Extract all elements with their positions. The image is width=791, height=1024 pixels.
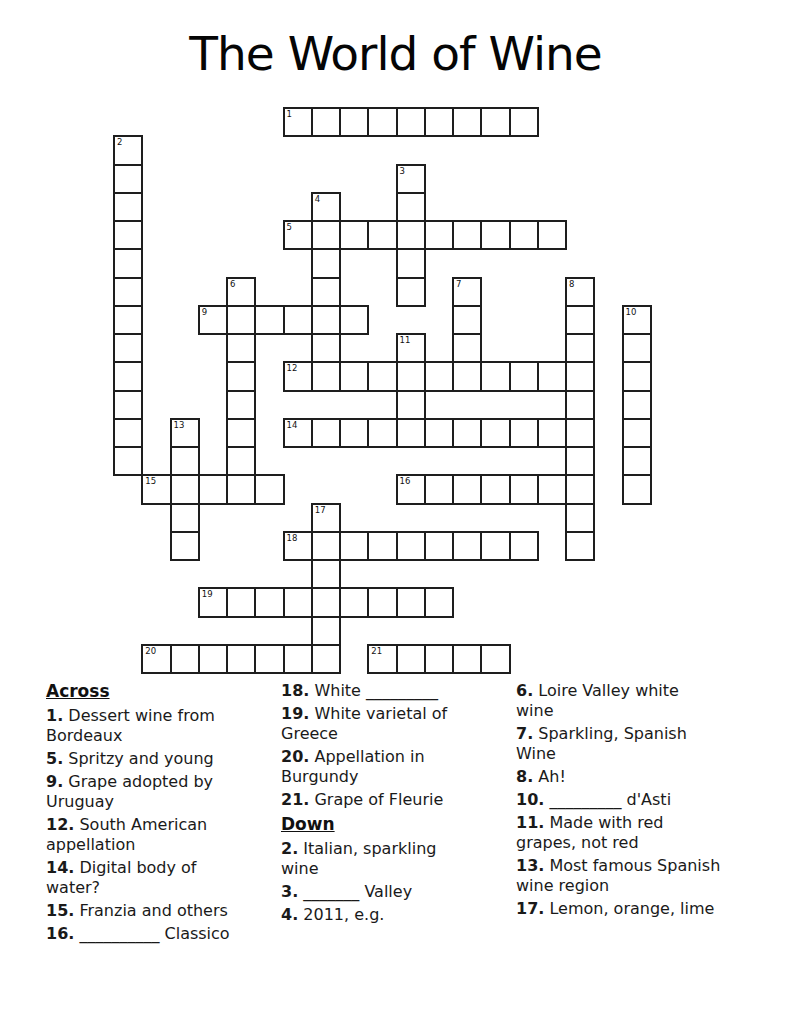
grid-cell-r13c5[interactable]	[254, 474, 284, 504]
grid-cell-r12c16[interactable]	[565, 446, 595, 476]
grid-cell-r9c18[interactable]	[622, 361, 652, 391]
clue-across-21: 21. Grape of Fleurie	[281, 790, 513, 810]
grid-cell-r11c16[interactable]	[565, 418, 595, 448]
grid-cell-r9c14[interactable]	[509, 361, 539, 391]
grid-cell-r12c18[interactable]	[622, 446, 652, 476]
grid-cell-r19c12[interactable]	[452, 644, 482, 674]
grid-cell-r19c3[interactable]	[198, 644, 228, 674]
grid-cell-r12c4[interactable]	[226, 446, 256, 476]
grid-cell-r13c1[interactable]: 15	[141, 474, 171, 504]
grid-cell-r8c4[interactable]	[226, 333, 256, 363]
grid-cell-r5c0[interactable]	[113, 248, 143, 278]
clue-number: 4.	[281, 905, 298, 924]
clue-number: 15.	[46, 901, 74, 920]
grid-cell-r0c12[interactable]	[452, 107, 482, 137]
grid-cell-r11c10[interactable]	[396, 418, 426, 448]
grid-cell-r15c2[interactable]	[170, 531, 200, 561]
cell-number-9: 9	[202, 307, 207, 317]
grid-cell-r8c10[interactable]: 11	[396, 333, 426, 363]
cell-number-18: 18	[287, 533, 298, 543]
clue-across-9: 9. Grape adopted by Uruguay	[46, 772, 278, 812]
grid-cell-r13c16[interactable]	[565, 474, 595, 504]
clue-number: 13.	[516, 856, 544, 875]
clue-down-6: 6. Loire Valley white wine	[516, 681, 778, 721]
grid-cell-r0c10[interactable]	[396, 107, 426, 137]
grid-cell-r9c6[interactable]: 12	[283, 361, 313, 391]
clue-number: 14.	[46, 858, 74, 877]
clue-down-4: 4. 2011, e.g.	[281, 905, 513, 925]
cell-number-20: 20	[145, 646, 156, 656]
cell-number-21: 21	[371, 646, 382, 656]
grid-cell-r7c0[interactable]	[113, 305, 143, 335]
grid-cell-r15c8[interactable]	[339, 531, 369, 561]
grid-cell-r0c14[interactable]	[509, 107, 539, 137]
grid-cell-r10c18[interactable]	[622, 390, 652, 420]
grid-cell-r11c15[interactable]	[537, 418, 567, 448]
grid-cell-r9c4[interactable]	[226, 361, 256, 391]
grid-cell-r4c13[interactable]	[480, 220, 510, 250]
grid-cell-r4c12[interactable]	[452, 220, 482, 250]
grid-cell-r19c1[interactable]: 20	[141, 644, 171, 674]
clue-number: 9.	[46, 772, 63, 791]
clue-number: 21.	[281, 790, 309, 809]
grid-cell-r11c11[interactable]	[424, 418, 454, 448]
grid-cell-r7c5[interactable]	[254, 305, 284, 335]
grid-cell-r9c8[interactable]	[339, 361, 369, 391]
clue-across-15: 15. Franzia and others	[46, 901, 278, 921]
grid-cell-r19c9[interactable]: 21	[367, 644, 397, 674]
clue-across-1: 1. Dessert wine from Bordeaux	[46, 706, 278, 746]
grid-cell-r11c7[interactable]	[311, 418, 341, 448]
cell-number-17: 17	[315, 505, 326, 515]
cell-number-7: 7	[456, 279, 461, 289]
cell-number-10: 10	[626, 307, 637, 317]
clue-column-down: 6. Loire Valley white wine7. Sparkling, …	[516, 681, 778, 922]
grid-cell-r13c18[interactable]	[622, 474, 652, 504]
grid-cell-r11c12[interactable]	[452, 418, 482, 448]
grid-cell-r19c2[interactable]	[170, 644, 200, 674]
grid-cell-r0c6[interactable]: 1	[283, 107, 313, 137]
grid-cell-r5c7[interactable]	[311, 248, 341, 278]
grid-cell-r19c11[interactable]	[424, 644, 454, 674]
clue-across-16: 16. __________ Classico	[46, 924, 278, 944]
cell-number-19: 19	[202, 589, 213, 599]
grid-cell-r10c16[interactable]	[565, 390, 595, 420]
grid-cell-r11c18[interactable]	[622, 418, 652, 448]
clue-across-18: 18. White _________	[281, 681, 513, 701]
clue-number: 6.	[516, 681, 533, 700]
clue-down-17: 17. Lemon, orange, lime	[516, 899, 778, 919]
grid-cell-r3c7[interactable]: 4	[311, 192, 341, 222]
grid-cell-r9c7[interactable]	[311, 361, 341, 391]
grid-cell-r6c16[interactable]: 8	[565, 277, 595, 307]
cell-number-16: 16	[400, 476, 411, 486]
across-header: Across	[46, 681, 278, 701]
grid-cell-r4c6[interactable]: 5	[283, 220, 313, 250]
grid-cell-r17c7[interactable]	[311, 587, 341, 617]
clue-number: 2.	[281, 839, 298, 858]
grid-cell-r0c9[interactable]	[367, 107, 397, 137]
grid-cell-r11c6[interactable]: 14	[283, 418, 313, 448]
cell-number-15: 15	[145, 476, 156, 486]
grid-cell-r3c10[interactable]	[396, 192, 426, 222]
clue-column-across: Across1. Dessert wine from Bordeaux5. Sp…	[46, 681, 278, 947]
grid-cell-r10c10[interactable]	[396, 390, 426, 420]
grid-cell-r4c10[interactable]	[396, 220, 426, 250]
clue-down-11: 11. Made with red grapes, not red	[516, 813, 778, 853]
clue-number: 10.	[516, 790, 544, 809]
grid-cell-r13c14[interactable]	[509, 474, 539, 504]
grid-cell-r9c16[interactable]	[565, 361, 595, 391]
grid-cell-r6c7[interactable]	[311, 277, 341, 307]
grid-cell-r11c4[interactable]	[226, 418, 256, 448]
grid-cell-r17c3[interactable]: 19	[198, 587, 228, 617]
grid-cell-r17c6[interactable]	[283, 587, 313, 617]
grid-cell-r7c6[interactable]	[283, 305, 313, 335]
clue-down-10: 10. _________ d'Asti	[516, 790, 778, 810]
grid-cell-r19c7[interactable]	[311, 644, 341, 674]
grid-cell-r8c12[interactable]	[452, 333, 482, 363]
grid-cell-r9c12[interactable]	[452, 361, 482, 391]
clue-across-5: 5. Spritzy and young	[46, 749, 278, 769]
clue-number: 18.	[281, 681, 309, 700]
grid-cell-r7c8[interactable]	[339, 305, 369, 335]
grid-cell-r12c2[interactable]	[170, 446, 200, 476]
cell-number-2: 2	[117, 137, 122, 147]
grid-cell-r5c10[interactable]	[396, 248, 426, 278]
clue-column-middle: 18. White _________19. White varietal of…	[281, 681, 513, 928]
puzzle-title: The World of Wine	[0, 26, 791, 81]
grid-cell-r6c4[interactable]: 6	[226, 277, 256, 307]
grid-cell-r15c12[interactable]	[452, 531, 482, 561]
clue-number: 11.	[516, 813, 544, 832]
grid-cell-r10c0[interactable]	[113, 390, 143, 420]
grid-cell-r15c16[interactable]	[565, 531, 595, 561]
grid-cell-r13c13[interactable]	[480, 474, 510, 504]
grid-cell-r4c9[interactable]	[367, 220, 397, 250]
grid-cell-r15c6[interactable]: 18	[283, 531, 313, 561]
grid-cell-r10c4[interactable]	[226, 390, 256, 420]
grid-cell-r17c8[interactable]	[339, 587, 369, 617]
grid-cell-r4c11[interactable]	[424, 220, 454, 250]
grid-cell-r17c9[interactable]	[367, 587, 397, 617]
grid-cell-r17c10[interactable]	[396, 587, 426, 617]
cell-number-1: 1	[287, 109, 292, 119]
clue-across-20: 20. Appellation in Burgundy	[281, 747, 513, 787]
grid-cell-r8c0[interactable]	[113, 333, 143, 363]
grid-cell-r17c11[interactable]	[424, 587, 454, 617]
grid-cell-r7c3[interactable]: 9	[198, 305, 228, 335]
clue-number: 5.	[46, 749, 63, 768]
grid-cell-r11c0[interactable]	[113, 418, 143, 448]
cell-number-8: 8	[569, 279, 574, 289]
clue-number: 7.	[516, 724, 533, 743]
clue-down-3: 3. _______ Valley	[281, 882, 513, 902]
grid-cell-r9c13[interactable]	[480, 361, 510, 391]
clue-across-14: 14. Digital body of water?	[46, 858, 278, 898]
grid-cell-r19c4[interactable]	[226, 644, 256, 674]
grid-cell-r2c10[interactable]: 3	[396, 164, 426, 194]
grid-cell-r4c15[interactable]	[537, 220, 567, 250]
cell-number-13: 13	[174, 420, 185, 430]
grid-cell-r2c0[interactable]	[113, 164, 143, 194]
grid-cell-r13c3[interactable]	[198, 474, 228, 504]
clue-across-19: 19. White varietal of Greece	[281, 704, 513, 744]
grid-cell-r13c12[interactable]	[452, 474, 482, 504]
grid-cell-r15c7[interactable]	[311, 531, 341, 561]
grid-cell-r7c18[interactable]: 10	[622, 305, 652, 335]
grid-cell-r0c11[interactable]	[424, 107, 454, 137]
grid-cell-r11c14[interactable]	[509, 418, 539, 448]
grid-cell-r8c18[interactable]	[622, 333, 652, 363]
grid-cell-r13c11[interactable]	[424, 474, 454, 504]
clue-number: 3.	[281, 882, 298, 901]
grid-cell-r13c15[interactable]	[537, 474, 567, 504]
grid-cell-r11c13[interactable]	[480, 418, 510, 448]
cell-number-14: 14	[287, 420, 298, 430]
clue-number: 12.	[46, 815, 74, 834]
grid-cell-r9c15[interactable]	[537, 361, 567, 391]
grid-cell-r3c0[interactable]	[113, 192, 143, 222]
grid-cell-r19c5[interactable]	[254, 644, 284, 674]
grid-cell-r14c16[interactable]	[565, 503, 595, 533]
grid-cell-r11c2[interactable]: 13	[170, 418, 200, 448]
grid-cell-r0c7[interactable]	[311, 107, 341, 137]
grid-cell-r4c14[interactable]	[509, 220, 539, 250]
cell-number-12: 12	[287, 363, 298, 373]
down-header: Down	[281, 814, 513, 834]
clue-number: 1.	[46, 706, 63, 725]
grid-cell-r0c13[interactable]	[480, 107, 510, 137]
grid-cell-r4c7[interactable]	[311, 220, 341, 250]
grid-cell-r9c11[interactable]	[424, 361, 454, 391]
cell-number-5: 5	[287, 222, 292, 232]
crossword-grid: 123456789101112131415161718192021	[113, 107, 653, 674]
grid-cell-r6c0[interactable]	[113, 277, 143, 307]
grid-cell-r15c11[interactable]	[424, 531, 454, 561]
grid-cell-r4c8[interactable]	[339, 220, 369, 250]
grid-cell-r9c0[interactable]	[113, 361, 143, 391]
grid-cell-r7c7[interactable]	[311, 305, 341, 335]
clue-down-2: 2. Italian, sparkling wine	[281, 839, 513, 879]
clue-number: 17.	[516, 899, 544, 918]
grid-cell-r8c7[interactable]	[311, 333, 341, 363]
grid-cell-r1c0[interactable]: 2	[113, 135, 143, 165]
grid-cell-r13c4[interactable]	[226, 474, 256, 504]
grid-cell-r17c5[interactable]	[254, 587, 284, 617]
grid-cell-r19c10[interactable]	[396, 644, 426, 674]
cell-number-6: 6	[230, 279, 235, 289]
crossword-page: The World of Wine 1234567891011121314151…	[0, 0, 791, 1024]
grid-cell-r0c8[interactable]	[339, 107, 369, 137]
clue-down-7: 7. Sparkling, Spanish Wine	[516, 724, 778, 764]
clue-across-12: 12. South American appellation	[46, 815, 278, 855]
grid-cell-r6c10[interactable]	[396, 277, 426, 307]
grid-cell-r12c0[interactable]	[113, 446, 143, 476]
clue-number: 16.	[46, 924, 74, 943]
grid-cell-r15c13[interactable]	[480, 531, 510, 561]
grid-cell-r11c9[interactable]	[367, 418, 397, 448]
clue-down-13: 13. Most famous Spanish wine region	[516, 856, 778, 896]
grid-cell-r9c10[interactable]	[396, 361, 426, 391]
grid-cell-r8c16[interactable]	[565, 333, 595, 363]
grid-cell-r15c14[interactable]	[509, 531, 539, 561]
grid-cell-r14c2[interactable]	[170, 503, 200, 533]
clue-down-8: 8. Ah!	[516, 767, 778, 787]
grid-cell-r7c4[interactable]	[226, 305, 256, 335]
grid-cell-r11c8[interactable]	[339, 418, 369, 448]
grid-cell-r13c2[interactable]	[170, 474, 200, 504]
grid-cell-r19c13[interactable]	[480, 644, 510, 674]
grid-cell-r7c12[interactable]	[452, 305, 482, 335]
grid-cell-r19c6[interactable]	[283, 644, 313, 674]
grid-cell-r15c10[interactable]	[396, 531, 426, 561]
grid-cell-r14c7[interactable]: 17	[311, 503, 341, 533]
grid-cell-r18c7[interactable]	[311, 616, 341, 646]
clue-number: 20.	[281, 747, 309, 766]
grid-cell-r4c0[interactable]	[113, 220, 143, 250]
cell-number-4: 4	[315, 194, 320, 204]
grid-cell-r6c12[interactable]: 7	[452, 277, 482, 307]
grid-cell-r15c9[interactable]	[367, 531, 397, 561]
grid-cell-r16c7[interactable]	[311, 559, 341, 589]
grid-cell-r9c9[interactable]	[367, 361, 397, 391]
grid-cell-r17c4[interactable]	[226, 587, 256, 617]
clue-number: 19.	[281, 704, 309, 723]
grid-cell-r13c10[interactable]: 16	[396, 474, 426, 504]
cell-number-3: 3	[400, 166, 405, 176]
grid-cell-r7c16[interactable]	[565, 305, 595, 335]
cell-number-11: 11	[400, 335, 411, 345]
clue-number: 8.	[516, 767, 533, 786]
